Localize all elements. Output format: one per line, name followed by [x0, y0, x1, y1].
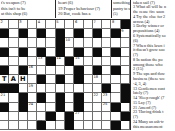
- clue-number: 7: [93, 20, 95, 24]
- grid-cell-black: [74, 93, 83, 102]
- grid-cell[interactable]: [84, 29, 93, 38]
- grid-cell[interactable]: [37, 38, 46, 47]
- grid-cell[interactable]: [102, 48, 111, 57]
- clue-number: 24: [28, 102, 33, 106]
- grid-cell[interactable]: [0, 112, 9, 121]
- clue-number: 27: [75, 111, 80, 115]
- grid-cell-black: [56, 38, 65, 47]
- crossword-grid[interactable]: 234567891013141516TAH1819212223242527282…: [0, 19, 130, 130]
- grid-cell[interactable]: [121, 75, 130, 84]
- grid-cell[interactable]: [84, 66, 93, 75]
- grid-cell-black: [111, 121, 120, 130]
- grid-cell[interactable]: 23: [102, 93, 111, 102]
- grid-cell[interactable]: [56, 84, 65, 93]
- grid-cell[interactable]: 7: [93, 20, 102, 29]
- grid-cell-black: [19, 103, 28, 112]
- grid-cell-black: [19, 48, 28, 57]
- grid-cell[interactable]: 2: [0, 20, 9, 29]
- grid-cell[interactable]: [37, 66, 46, 75]
- clue-number: 29: [66, 120, 71, 124]
- grid-cell[interactable]: [46, 84, 55, 93]
- grid-cell[interactable]: [19, 38, 28, 47]
- clue-line: something from the: [113, 0, 130, 6]
- clue-number: 16: [28, 65, 33, 69]
- grid-cell[interactable]: A: [9, 75, 18, 84]
- grid-cell[interactable]: [46, 121, 55, 130]
- grid-cell-black: [111, 103, 120, 112]
- grid-cell[interactable]: [111, 75, 120, 84]
- grid-cell[interactable]: [28, 20, 37, 29]
- clue-number: 22: [93, 93, 98, 97]
- clue-number: 5: [56, 20, 58, 24]
- grid-cell[interactable]: [0, 121, 9, 130]
- grid-cell[interactable]: [65, 75, 74, 84]
- clue-number: 21: [1, 93, 6, 97]
- grid-cell[interactable]: [121, 57, 130, 66]
- grid-cell[interactable]: [74, 84, 83, 93]
- grid-cell[interactable]: [37, 103, 46, 112]
- grid-cell[interactable]: 21: [0, 93, 9, 102]
- clue-number: 4: [38, 20, 40, 24]
- grid-cell-black: [0, 48, 9, 57]
- grid-cell[interactable]: [9, 48, 18, 57]
- grid-cell[interactable]: 15: [74, 57, 83, 66]
- grid-cell-black: [74, 75, 83, 84]
- grid-cell[interactable]: [19, 84, 28, 93]
- grid-cell[interactable]: [19, 57, 28, 66]
- grid-cell-black: 29: [65, 121, 74, 130]
- grid-cell-black: [19, 29, 28, 38]
- grid-cell[interactable]: [84, 121, 93, 130]
- grid-cell[interactable]: [111, 112, 120, 121]
- grid-cell[interactable]: [111, 38, 120, 47]
- grid-cell[interactable]: [28, 57, 37, 66]
- clue-number: 3: [19, 20, 21, 24]
- grid-cell-black: [19, 93, 28, 102]
- grid-cell[interactable]: [102, 112, 111, 121]
- grid-cell[interactable]: 16: [28, 66, 37, 75]
- grid-cell-black: [65, 57, 74, 66]
- grid-cell[interactable]: [84, 75, 93, 84]
- grid-cell[interactable]: [102, 57, 111, 66]
- grid-cell[interactable]: [93, 84, 102, 93]
- grid-cell[interactable]: [9, 29, 18, 38]
- grid-cell[interactable]: [102, 66, 111, 75]
- grid-cell[interactable]: [111, 57, 120, 66]
- grid-cell-black: [56, 75, 65, 84]
- clue-number: 23: [103, 93, 108, 97]
- grid-cell[interactable]: 25: [102, 103, 111, 112]
- clue-number: 19: [28, 84, 33, 88]
- grid-cell[interactable]: [65, 93, 74, 102]
- grid-cell[interactable]: [0, 57, 9, 66]
- clue-number: 6: [75, 20, 77, 24]
- grid-cell[interactable]: [28, 38, 37, 47]
- grid-cell[interactable]: [0, 38, 9, 47]
- grid-cell[interactable]: [19, 121, 28, 130]
- clue-number: 2: [1, 20, 3, 24]
- grid-cell[interactable]: H: [19, 75, 28, 84]
- grid-cell-black: [0, 84, 9, 93]
- clue-number: 15: [75, 56, 80, 60]
- grid-cell-black: [111, 66, 120, 75]
- grid-cell[interactable]: [84, 112, 93, 121]
- grid-cell[interactable]: [9, 103, 18, 112]
- grid-cell-black: [46, 112, 55, 121]
- column-divider: [111, 0, 112, 18]
- grid-cell[interactable]: [65, 29, 74, 38]
- column-divider: [55, 0, 56, 18]
- grid-cell[interactable]: [111, 93, 120, 102]
- grid-cell-black: [56, 93, 65, 102]
- grid-cell[interactable]: [28, 93, 37, 102]
- clue-number: 13: [38, 56, 43, 60]
- grid-cell[interactable]: [65, 66, 74, 75]
- grid-cell[interactable]: [121, 103, 130, 112]
- grid-cell[interactable]: [93, 103, 102, 112]
- grid-cell[interactable]: [121, 48, 130, 57]
- clue-number: 25: [103, 102, 108, 106]
- clue-line: at this shop (6): [1, 11, 55, 17]
- grid-cell-black: [9, 84, 18, 93]
- grid-cell[interactable]: 8: [111, 20, 120, 29]
- grid-cell[interactable]: [121, 121, 130, 130]
- clue-number: 28: [38, 120, 43, 124]
- grid-cell-black: [93, 66, 102, 75]
- grid-cell[interactable]: [93, 57, 102, 66]
- grid-cell[interactable]: [121, 66, 130, 75]
- grid-cell-black: [56, 103, 65, 112]
- grid-cell-black: [56, 29, 65, 38]
- filled-letter: H: [19, 75, 27, 83]
- grid-cell[interactable]: [46, 29, 55, 38]
- grid-cell[interactable]: 4: [37, 20, 46, 29]
- grid-cell[interactable]: [56, 66, 65, 75]
- grid-cell[interactable]: [37, 112, 46, 121]
- grid-cell[interactable]: [9, 112, 18, 121]
- grid-cell[interactable]: [37, 84, 46, 93]
- grid-cell-black: [93, 48, 102, 57]
- grid-cell[interactable]: [46, 75, 55, 84]
- grid-cell[interactable]: [9, 38, 18, 47]
- grid-cell-black: [121, 112, 130, 121]
- grid-cell[interactable]: [56, 121, 65, 130]
- grid-cell[interactable]: [84, 84, 93, 93]
- clue-number: 18: [93, 75, 98, 79]
- grid-cell-black: [46, 57, 55, 66]
- grid-cell[interactable]: 24: [28, 103, 37, 112]
- grid-cell[interactable]: [93, 38, 102, 47]
- grid-cell[interactable]: 5: [56, 20, 65, 29]
- filled-letter: A: [9, 75, 17, 83]
- grid-cell[interactable]: [9, 66, 18, 75]
- grid-cell-black: [111, 29, 120, 38]
- grid-cell[interactable]: 6: [74, 20, 83, 29]
- clue-line: 20 But, cook has a: [58, 11, 110, 17]
- grid-cell[interactable]: [28, 112, 37, 121]
- grid-cell[interactable]: [9, 93, 18, 102]
- clue-number: 9: [121, 29, 123, 33]
- grid-cell-black: [0, 103, 9, 112]
- grid-cell[interactable]: [9, 20, 18, 29]
- grid-cell[interactable]: [65, 48, 74, 57]
- clue-column-right: taken sail (7)3 What all will be nthe ce…: [133, 1, 175, 131]
- clue-line: this measurement: [133, 125, 175, 130]
- grid-cell[interactable]: [56, 112, 65, 121]
- grid-cell[interactable]: [46, 103, 55, 112]
- grid-cell[interactable]: T: [0, 75, 9, 84]
- grid-cell[interactable]: 18: [93, 75, 102, 84]
- grid-cell[interactable]: [93, 112, 102, 121]
- grid-cell[interactable]: [74, 121, 83, 130]
- grid-cell[interactable]: [111, 84, 120, 93]
- grid-cell[interactable]: [102, 121, 111, 130]
- grid-cell[interactable]: [84, 93, 93, 102]
- grid-cell[interactable]: 3: [19, 20, 28, 29]
- grid-cell[interactable]: [84, 103, 93, 112]
- grid-cell[interactable]: [28, 121, 37, 130]
- grid-cell[interactable]: [65, 84, 74, 93]
- clue-number: 14: [56, 56, 61, 60]
- grid-cell[interactable]: [28, 29, 37, 38]
- clue-column-top-left: t's weapon (7)this isn't to beat this sh…: [1, 0, 55, 18]
- filled-letter: T: [0, 75, 8, 83]
- clue-number: 8: [112, 20, 114, 24]
- grid-cell[interactable]: [19, 112, 28, 121]
- grid-cell[interactable]: [102, 75, 111, 84]
- grid-cell[interactable]: [102, 29, 111, 38]
- grid-cell[interactable]: [102, 20, 111, 29]
- grid-cell-black: [74, 66, 83, 75]
- grid-cell[interactable]: 13: [37, 57, 46, 66]
- grid-cell[interactable]: [121, 38, 130, 47]
- grid-cell[interactable]: 9: [121, 29, 130, 38]
- grid-cell[interactable]: [65, 20, 74, 29]
- grid-cell[interactable]: [84, 48, 93, 57]
- grid-cell[interactable]: 14: [56, 57, 65, 66]
- grid-cell-black: [19, 66, 28, 75]
- grid-cell-black: [37, 93, 46, 102]
- grid-cell[interactable]: 10: [65, 38, 74, 47]
- grid-cell-black: [93, 29, 102, 38]
- column-divider: [130, 0, 131, 130]
- grid-cell[interactable]: 19: [28, 84, 37, 93]
- grid-cell[interactable]: [84, 38, 93, 47]
- grid-cell-black: [0, 66, 9, 75]
- clue-column-top-right: something from thepantry to stake a(5): [113, 0, 130, 18]
- grid-cell[interactable]: [9, 57, 18, 66]
- grid-cell[interactable]: [9, 121, 18, 130]
- grid-cell-black: [65, 112, 74, 121]
- grid-cell[interactable]: [46, 93, 55, 102]
- grid-cell[interactable]: [65, 103, 74, 112]
- grid-cell-black: [0, 29, 9, 38]
- grid-cell[interactable]: [84, 20, 93, 29]
- grid-cell-black: [37, 75, 46, 84]
- grid-cell[interactable]: [74, 38, 83, 47]
- grid-cell[interactable]: [102, 38, 111, 47]
- grid-cell[interactable]: [46, 48, 55, 57]
- grid-cell[interactable]: [46, 66, 55, 75]
- grid-cell[interactable]: [93, 121, 102, 130]
- grid-cell[interactable]: [84, 57, 93, 66]
- grid-cell-black: [111, 48, 120, 57]
- clue-line: (5): [113, 11, 130, 17]
- grid-cell[interactable]: [28, 48, 37, 57]
- grid-cell[interactable]: 22: [93, 93, 102, 102]
- clue-number: 10: [66, 38, 71, 42]
- grid-cell-black: [121, 93, 130, 102]
- clue-column-top-middle: heart (6)19 Proper behaviour (7)20 But, …: [58, 0, 110, 18]
- grid-cell-black: [37, 29, 46, 38]
- grid-cell[interactable]: [46, 38, 55, 47]
- grid-cell-black: [121, 84, 130, 93]
- grid-cell-black: [74, 29, 83, 38]
- grid-cell-black: [102, 84, 111, 93]
- grid-cell[interactable]: [46, 20, 55, 29]
- grid-cell-black: 28: [37, 121, 46, 130]
- grid-cell[interactable]: 27: [74, 112, 83, 121]
